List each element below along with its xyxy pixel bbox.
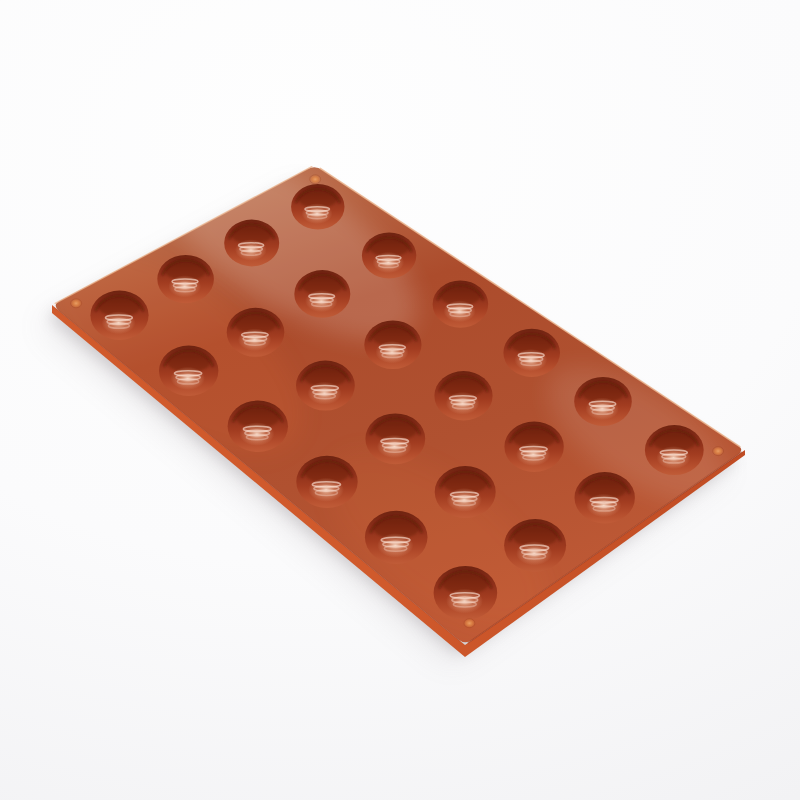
cavity-r4c6 xyxy=(434,566,498,620)
cavity-r3c6 xyxy=(504,519,566,572)
cavity-r2c1 xyxy=(224,220,279,267)
cavity-r2c5 xyxy=(504,422,563,472)
silicone-mold-photo xyxy=(0,0,800,800)
cavity-r2c2 xyxy=(294,270,350,318)
cavity-r1c4 xyxy=(503,329,560,377)
cavity-r3c3 xyxy=(296,361,355,411)
cavity-r1c2 xyxy=(362,232,416,278)
cavity-r4c4 xyxy=(296,456,357,508)
photo-stage xyxy=(0,0,800,800)
cavity-r2c3 xyxy=(364,321,421,370)
cavity-r1c1 xyxy=(291,184,344,229)
cavity-r1c3 xyxy=(433,281,489,328)
cavity-r3c5 xyxy=(435,466,496,518)
cavity-r3c2 xyxy=(227,308,285,357)
cavity-r2c4 xyxy=(434,371,492,420)
cavity-r4c1 xyxy=(90,291,148,340)
cavity-r3c1 xyxy=(157,255,214,303)
cavity-r4c5 xyxy=(365,511,428,564)
cavity-r1c6 xyxy=(645,425,704,475)
cavity-r4c3 xyxy=(228,401,288,452)
cavity-r4c2 xyxy=(159,346,218,396)
cavity-r2c6 xyxy=(575,472,635,523)
cavity-r3c4 xyxy=(365,413,425,464)
cavity-r1c5 xyxy=(574,377,632,426)
